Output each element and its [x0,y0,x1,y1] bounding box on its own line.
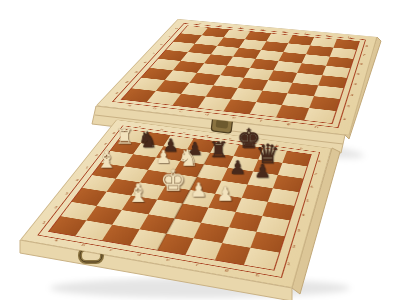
box-file-label-top-b: b [219,25,223,27]
box-file-label-bottom-f: f [260,119,263,122]
box-rank-label-right-7: 7 [362,54,366,56]
closed-box-grid [121,26,360,124]
box-rank-label-right-6: 6 [359,63,363,65]
box-rank-label-right-4: 4 [353,83,357,85]
white-bishop-c3[interactable]: ♝ [122,180,155,206]
box-square-h1 [304,108,336,123]
file-label-top-c: c [183,131,187,133]
file-label-bottom-b: b [81,243,86,247]
box-rank-label-left-1: 1 [114,92,119,95]
rank-label-right-6: 6 [310,185,314,188]
box-file-label-top-c: c [240,27,243,29]
rank-label-right-8: 8 [317,160,321,163]
box-rank-label-left-5: 5 [151,52,156,54]
box-rank-label-left-2: 2 [124,81,129,83]
rank-label-right-4: 4 [301,213,305,216]
file-label-bottom-e: e [166,258,171,262]
rank-label-right-3: 3 [296,228,300,232]
file-label-bottom-c: c [109,248,114,252]
file-label-bottom-d: d [137,253,142,257]
rank-label-right-1: 1 [286,262,291,266]
rank-label-right-7: 7 [314,172,318,175]
box-file-label-bottom-c: c [179,110,184,113]
box-file-label-bottom-b: b [153,107,158,110]
square-h1[interactable] [244,248,279,270]
box-file-label-top-d: d [261,28,265,30]
box-rank-label-left-7: 7 [167,36,171,38]
rank-label-left-5: 5 [85,166,90,169]
file-label-top-h: h [299,147,303,150]
rank-label-left-1: 1 [41,221,46,224]
box-rank-label-right-5: 5 [356,73,360,75]
rank-label-left-4: 4 [75,179,80,182]
rank-label-left-3: 3 [64,192,69,195]
box-rank-label-right-3: 3 [350,94,354,97]
rank-label-left-2: 2 [53,206,58,209]
box-file-label-bottom-d: d [205,113,210,116]
file-label-bottom-g: g [224,268,229,272]
box-file-label-top-h: h [348,36,351,38]
box-file-label-top-f: f [304,32,306,34]
box-file-label-bottom-h: h [314,125,319,128]
white-pawn-f4[interactable]: ♟ [209,184,242,204]
box-rank-label-right-2: 2 [346,105,350,108]
box-rank-label-right-8: 8 [365,45,369,47]
box-rank-label-right-1: 1 [342,117,346,120]
chess-set-product-photo: { "game": "chess", "scene": { "descripti… [0,0,400,300]
box-file-label-top-g: g [325,34,329,36]
white-bishop-a5[interactable]: ♝ [92,147,123,171]
box-file-label-top-a: a [198,23,202,25]
file-label-bottom-f: f [196,263,199,267]
file-label-bottom-a: a [54,238,59,242]
box-file-label-bottom-g: g [286,122,291,125]
box-rank-label-left-8: 8 [174,28,178,30]
box-file-label-bottom-e: e [232,116,237,119]
box-file-label-bottom-a: a [127,104,132,107]
box-rank-label-left-3: 3 [134,71,139,73]
rank-label-right-2: 2 [292,245,296,249]
file-label-bottom-h: h [255,273,260,277]
file-label-top-d: d [205,134,209,136]
rank-label-right-5: 5 [306,199,310,202]
box-rank-label-left-6: 6 [159,44,163,46]
box-file-label-top-e: e [282,30,286,32]
black-pawn-g6[interactable]: ♟ [247,162,278,181]
box-rank-label-left-4: 4 [143,61,148,63]
